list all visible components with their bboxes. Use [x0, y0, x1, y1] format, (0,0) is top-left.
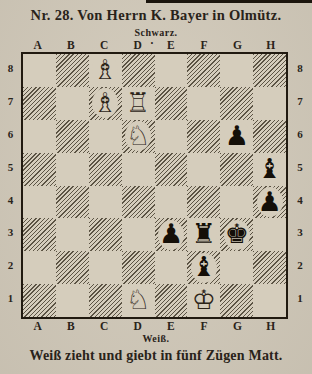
square-e1	[155, 284, 188, 317]
square-a1	[23, 284, 56, 317]
rank-label: 4	[288, 184, 312, 217]
square-b3	[56, 218, 89, 251]
square-h8	[253, 54, 286, 87]
square-a5	[23, 153, 56, 186]
square-d4	[122, 186, 155, 219]
square-e3: ♟	[155, 218, 188, 251]
rank-label: 5	[0, 151, 21, 184]
rank-label: 6	[288, 118, 312, 151]
black-side-label: Schwarz.	[0, 27, 312, 38]
square-d7: ♖	[122, 87, 155, 120]
square-b5	[56, 153, 89, 186]
rank-label: 1	[0, 282, 21, 315]
square-g8	[220, 54, 253, 87]
square-c7: ♗	[89, 87, 122, 120]
square-f8	[187, 54, 220, 87]
square-h1	[253, 284, 286, 317]
square-d5	[122, 153, 155, 186]
black-king-g3: ♚	[220, 218, 253, 251]
square-b2	[56, 251, 89, 284]
file-label: F	[187, 319, 220, 333]
rank-label: 5	[288, 151, 312, 184]
square-g6: ♟	[220, 120, 253, 153]
chess-board: ♗♗♖♘♟♝♟♟♜♚♝♘♔	[21, 52, 288, 319]
black-bishop-h5: ♝	[253, 153, 286, 186]
stipulation-caption: Weiß zieht und giebt in fünf Zügen Matt.	[0, 348, 312, 364]
file-label: A	[21, 38, 54, 52]
file-label: H	[254, 38, 287, 52]
square-e4	[155, 186, 188, 219]
rank-label: 4	[0, 184, 21, 217]
file-labels-bottom: A B C D E F G H	[21, 319, 288, 333]
square-c3	[89, 218, 122, 251]
white-side-label: Weiß.	[0, 333, 312, 344]
white-bishop-c8: ♗	[89, 54, 122, 87]
square-e2	[155, 251, 188, 284]
square-h5: ♝	[253, 153, 286, 186]
rank-label: 6	[0, 118, 21, 151]
file-label: E	[154, 38, 187, 52]
square-c4	[89, 186, 122, 219]
square-f2: ♝	[187, 251, 220, 284]
square-h7	[253, 87, 286, 120]
black-pawn-g6: ♟	[220, 120, 253, 153]
square-f1: ♔	[187, 284, 220, 317]
square-g7	[220, 87, 253, 120]
square-f7	[187, 87, 220, 120]
square-g2	[220, 251, 253, 284]
square-b1	[56, 284, 89, 317]
square-g5	[220, 153, 253, 186]
square-f3: ♜	[187, 218, 220, 251]
file-label: B	[54, 38, 87, 52]
rank-labels-right: 8 7 6 5 4 3 2 1	[288, 52, 312, 319]
square-b7	[56, 87, 89, 120]
square-g4	[220, 186, 253, 219]
file-label: D	[121, 319, 154, 333]
problem-title: Nr. 28. Von Herrn K. Bayer in Olmütz.	[4, 7, 308, 24]
file-label: B	[54, 319, 87, 333]
rank-label: 7	[288, 85, 312, 118]
square-b4	[56, 186, 89, 219]
square-d1: ♘	[122, 284, 155, 317]
square-f6	[187, 120, 220, 153]
file-labels-top: A B C D E F G H ·	[21, 38, 288, 52]
file-label: G	[221, 319, 254, 333]
square-h2	[253, 251, 286, 284]
board-area: A B C D E F G H · 8 7 6 5 4 3 2 1 ♗♗♖♘♟♝…	[0, 38, 312, 333]
rank-label: 8	[288, 52, 312, 85]
square-d3	[122, 218, 155, 251]
square-d6: ♘	[122, 120, 155, 153]
square-a6	[23, 120, 56, 153]
square-h4: ♟	[253, 186, 286, 219]
rank-label: 3	[288, 216, 312, 249]
square-d2	[122, 251, 155, 284]
square-f4	[187, 186, 220, 219]
black-rook-f3: ♜	[187, 218, 220, 251]
square-c5	[89, 153, 122, 186]
square-c2	[89, 251, 122, 284]
square-g1	[220, 284, 253, 317]
square-a2	[23, 251, 56, 284]
file-label: F	[187, 38, 220, 52]
square-g3: ♚	[220, 218, 253, 251]
file-label: C	[88, 319, 121, 333]
square-c1	[89, 284, 122, 317]
rank-label: 7	[0, 85, 21, 118]
square-e6	[155, 120, 188, 153]
white-king-f1: ♔	[187, 284, 220, 317]
square-c6	[89, 120, 122, 153]
square-c8: ♗	[89, 54, 122, 87]
square-e5	[155, 153, 188, 186]
square-h6	[253, 120, 286, 153]
file-label: H	[254, 319, 287, 333]
square-e8	[155, 54, 188, 87]
file-label: C	[88, 38, 121, 52]
file-label: A	[21, 319, 54, 333]
rank-label: 1	[288, 282, 312, 315]
square-a8	[23, 54, 56, 87]
white-bishop-c7: ♗	[89, 87, 122, 120]
square-d8	[122, 54, 155, 87]
white-rook-d7: ♖	[122, 87, 155, 120]
black-pawn-e3: ♟	[155, 218, 188, 251]
printed-page: Nr. 28. Von Herrn K. Bayer in Olmütz. Sc…	[0, 0, 312, 374]
square-h3	[253, 218, 286, 251]
print-speck: ·	[150, 36, 154, 50]
black-pawn-h4: ♟	[253, 186, 286, 219]
white-knight-d6: ♘	[122, 120, 155, 153]
rank-labels-left: 8 7 6 5 4 3 2 1	[0, 52, 21, 319]
rank-label: 2	[288, 249, 312, 282]
white-knight-d1: ♘	[122, 284, 155, 317]
square-a4	[23, 186, 56, 219]
top-rule	[146, 0, 312, 3]
square-f5	[187, 153, 220, 186]
rank-label: 2	[0, 249, 21, 282]
square-e7	[155, 87, 188, 120]
square-b8	[56, 54, 89, 87]
file-label: E	[154, 319, 187, 333]
square-a3	[23, 218, 56, 251]
square-b6	[56, 120, 89, 153]
rank-label: 8	[0, 52, 21, 85]
square-a7	[23, 87, 56, 120]
file-label: G	[221, 38, 254, 52]
rank-label: 3	[0, 216, 21, 249]
black-bishop-f2: ♝	[187, 251, 220, 284]
